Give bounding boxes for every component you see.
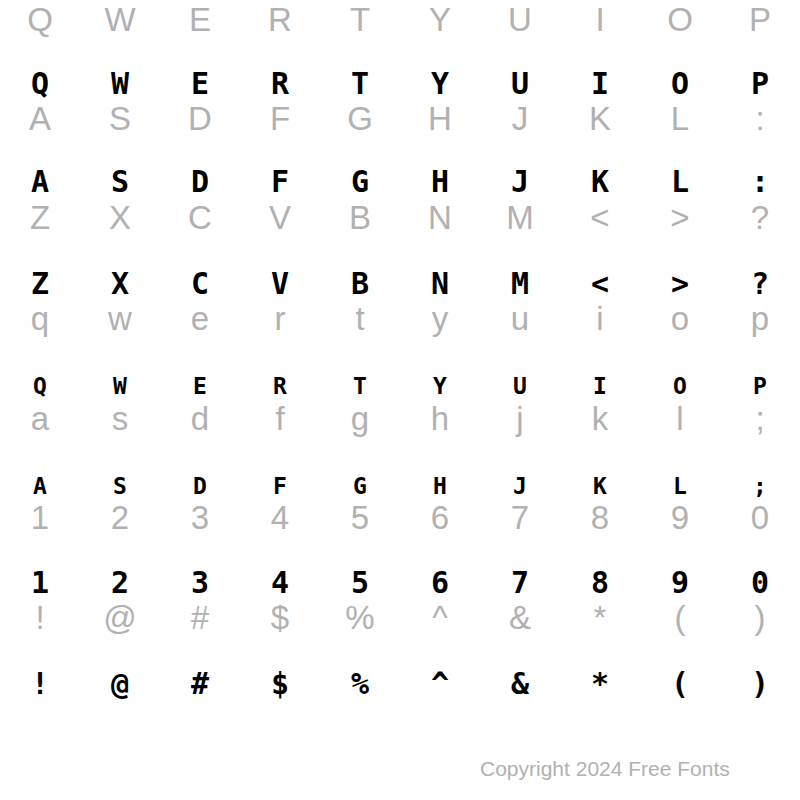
ref-char: 0 — [751, 501, 769, 534]
glyph-row-asdfghjkl: A S D F G H J K L : — [0, 165, 800, 199]
ref-char: H — [428, 102, 452, 135]
ref-char: > — [670, 201, 689, 234]
ref-char: Y — [429, 3, 451, 36]
glyph-char: Q — [31, 69, 49, 99]
ref-char: @ — [103, 601, 137, 634]
ref-char: $ — [271, 601, 289, 634]
ref-char: ^ — [432, 601, 448, 634]
reference-row-asdfghjkl: A S D F G H J K L : — [0, 96, 800, 140]
glyph-char: y — [433, 375, 447, 398]
glyph-char: H — [431, 167, 449, 197]
ref-char: 4 — [271, 501, 289, 534]
ref-char: l — [676, 402, 683, 435]
glyph-char: 2 — [111, 568, 129, 598]
ref-char: s — [112, 402, 129, 435]
ref-char: < — [590, 201, 609, 234]
ref-char: O — [667, 3, 693, 36]
ref-char: q — [31, 302, 49, 335]
reference-row-qwertyuiop: Q W E R T Y U I O P — [0, 0, 800, 41]
glyph-char: 7 — [511, 568, 529, 598]
ref-char: 7 — [511, 501, 529, 534]
glyph-char: < — [591, 269, 609, 299]
ref-char: g — [351, 402, 369, 435]
glyph-char: K — [591, 167, 609, 197]
ref-char: ! — [35, 601, 44, 634]
ref-char: * — [594, 601, 607, 634]
ref-char: Z — [30, 201, 50, 234]
glyph-char: O — [671, 69, 689, 99]
glyph-char: D — [191, 167, 209, 197]
glyph-char: Z — [31, 269, 49, 299]
glyph-char: q — [33, 375, 47, 398]
ref-char: V — [269, 201, 291, 234]
glyph-char: 8 — [591, 568, 609, 598]
ref-char: 3 — [191, 501, 209, 534]
reference-row-qwertyuiop-lower: q w e r t y u i o p — [0, 296, 800, 340]
glyph-char: ? — [751, 269, 769, 299]
glyph-char: E — [191, 69, 209, 99]
glyph-char: 0 — [751, 568, 769, 598]
glyph-char: 1 — [31, 568, 49, 598]
glyph-char: # — [191, 669, 209, 699]
ref-char: P — [749, 3, 771, 36]
ref-char: ) — [755, 601, 766, 634]
glyph-char: r — [273, 375, 287, 398]
ref-char: o — [671, 302, 689, 335]
reference-row-digits: 1 2 3 4 5 6 7 8 9 0 — [0, 495, 800, 539]
reference-row-zxcvbnm: Z X C V B N M < > ? — [0, 195, 800, 239]
glyph-char: $ — [271, 669, 289, 699]
ref-char: 1 — [31, 501, 49, 534]
ref-char: i — [596, 302, 603, 335]
copyright-text: Copyright 2024 Free Fonts — [480, 757, 730, 781]
ref-char: w — [108, 302, 132, 335]
glyph-char: > — [671, 269, 689, 299]
ref-char: : — [755, 102, 764, 135]
glyph-char: Y — [431, 69, 449, 99]
ref-char: F — [270, 102, 290, 135]
glyph-char: F — [271, 167, 289, 197]
ref-char: L — [671, 102, 689, 135]
glyph-char: e — [193, 375, 207, 398]
glyph-char: P — [751, 69, 769, 99]
glyph-char: B — [351, 269, 369, 299]
glyph-char: 4 — [271, 568, 289, 598]
ref-char: X — [109, 201, 131, 234]
glyph-char: T — [351, 69, 369, 99]
glyph-char: & — [511, 669, 529, 699]
ref-char: A — [29, 102, 51, 135]
ref-char: S — [109, 102, 131, 135]
ref-char: % — [345, 601, 374, 634]
ref-char: 9 — [671, 501, 689, 534]
glyph-char: u — [513, 375, 527, 398]
glyph-char: ^ — [431, 669, 449, 699]
glyph-char: 3 — [191, 568, 209, 598]
ref-char: u — [511, 302, 529, 335]
glyph-char: G — [351, 167, 369, 197]
ref-char: d — [191, 402, 209, 435]
ref-char: 5 — [351, 501, 369, 534]
glyph-char: % — [351, 669, 369, 699]
ref-char: K — [589, 102, 611, 135]
ref-char: t — [355, 302, 364, 335]
glyph-char: U — [511, 69, 529, 99]
ref-char: y — [432, 302, 449, 335]
reference-row-asdfghjkl-lower: a s d f g h j k l ; — [0, 396, 800, 440]
ref-char: h — [431, 402, 449, 435]
glyph-char: 5 — [351, 568, 369, 598]
ref-char: ( — [675, 601, 686, 634]
glyph-char: o — [673, 375, 687, 398]
ref-char: # — [191, 601, 209, 634]
glyph-row-symbols: ! @ # $ % ^ & * ( ) — [0, 667, 800, 701]
glyph-char: M — [511, 269, 529, 299]
font-specimen-page: Q W E R T Y U I O P Q W E R T Y U I O P … — [0, 0, 800, 800]
glyph-char: A — [31, 167, 49, 197]
ref-char: I — [595, 3, 604, 36]
glyph-char: N — [431, 269, 449, 299]
glyph-char: X — [111, 269, 129, 299]
glyph-char: L — [671, 167, 689, 197]
ref-char: 8 — [591, 501, 609, 534]
ref-char: & — [509, 601, 531, 634]
ref-char: k — [592, 402, 609, 435]
glyph-char: 6 — [431, 568, 449, 598]
glyph-char: p — [753, 375, 767, 398]
ref-char: N — [428, 201, 452, 234]
ref-char: G — [347, 102, 373, 135]
ref-char: a — [31, 402, 49, 435]
glyph-char: S — [111, 167, 129, 197]
ref-char: p — [751, 302, 769, 335]
ref-char: R — [268, 3, 292, 36]
glyph-char: ! — [31, 669, 49, 699]
ref-char: r — [275, 302, 286, 335]
glyph-char: J — [511, 167, 529, 197]
glyph-char: i — [593, 375, 607, 398]
ref-char: j — [516, 402, 523, 435]
glyph-char: t — [353, 375, 367, 398]
ref-char: f — [275, 402, 284, 435]
ref-char: 6 — [431, 501, 449, 534]
ref-char: W — [104, 3, 135, 36]
ref-char: Q — [27, 3, 53, 36]
ref-char: U — [508, 3, 532, 36]
glyph-char: @ — [111, 669, 129, 699]
glyph-char: R — [271, 69, 289, 99]
ref-char: ; — [755, 402, 764, 435]
ref-char: E — [189, 3, 211, 36]
ref-char: e — [191, 302, 209, 335]
ref-char: T — [350, 3, 370, 36]
glyph-char: ( — [671, 669, 689, 699]
glyph-char: W — [111, 69, 129, 99]
glyph-char: : — [751, 167, 769, 197]
glyph-char: w — [113, 375, 127, 398]
ref-char: M — [506, 201, 534, 234]
ref-char: ? — [751, 201, 769, 234]
reference-row-symbols: ! @ # $ % ^ & * ( ) — [0, 595, 800, 639]
ref-char: 2 — [111, 501, 129, 534]
glyph-char: C — [191, 269, 209, 299]
ref-char: J — [512, 102, 529, 135]
glyph-char: * — [591, 669, 609, 699]
glyph-char: V — [271, 269, 289, 299]
glyph-char: 9 — [671, 568, 689, 598]
ref-char: D — [188, 102, 212, 135]
glyph-char: I — [591, 69, 609, 99]
ref-char: B — [349, 201, 371, 234]
glyph-char: ) — [751, 669, 769, 699]
ref-char: C — [188, 201, 212, 234]
